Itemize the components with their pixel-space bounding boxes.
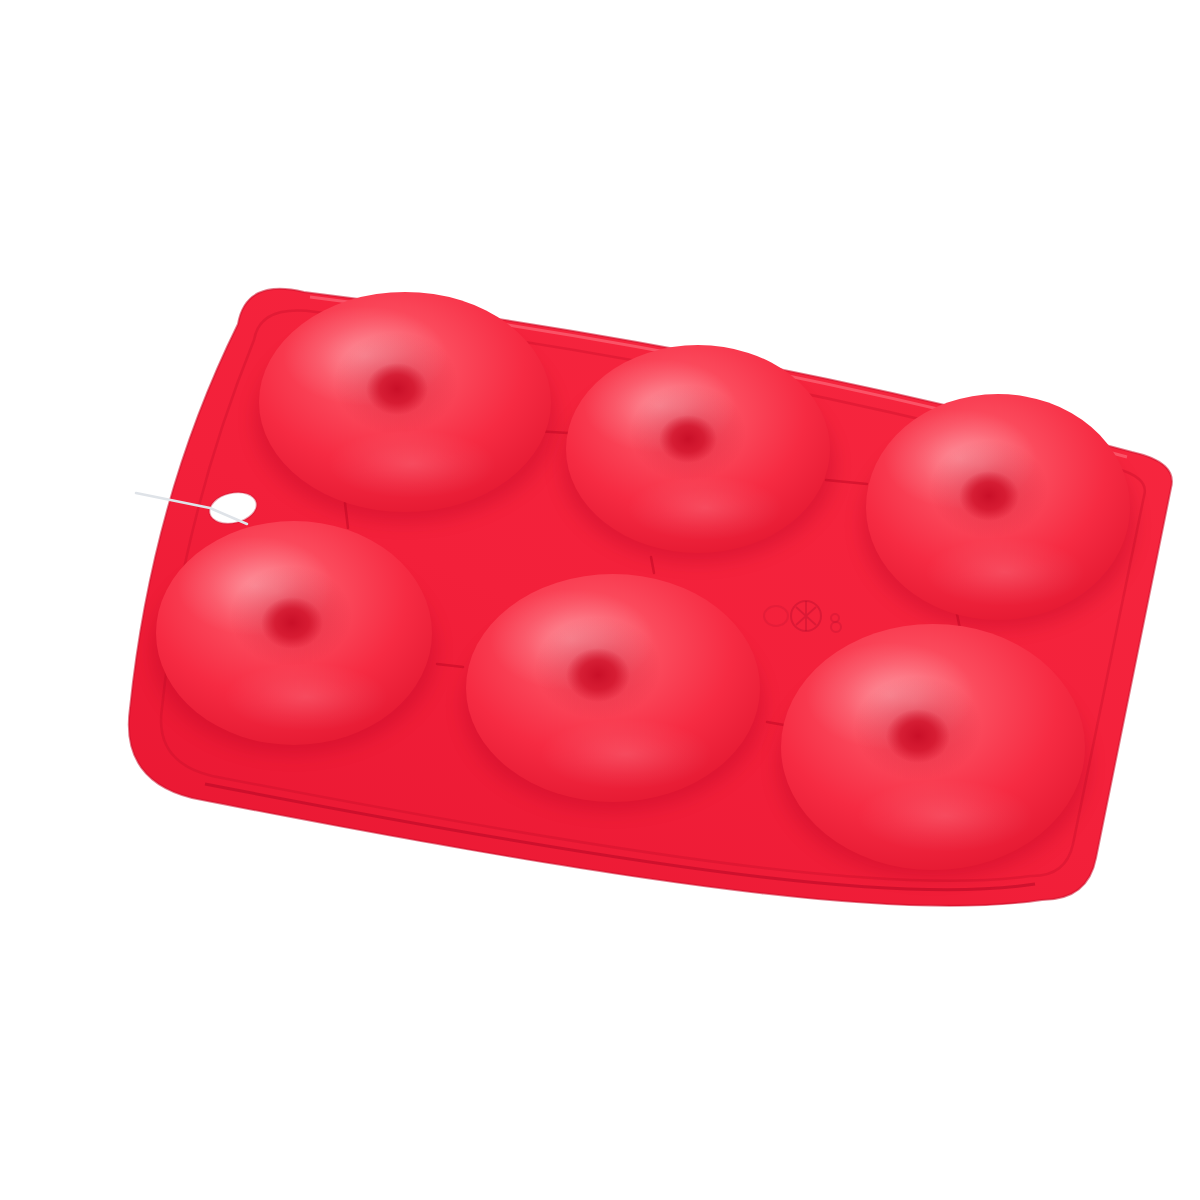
donut-hole-2 [659,415,717,463]
donut-hole-5 [566,648,630,702]
donut-hole-4 [261,597,323,649]
donut-cavity-3 [866,394,1130,620]
donut-hole-6 [886,709,950,763]
product-photo [40,16,1200,1200]
donut-cavity-5 [466,574,760,802]
donut-hole-3 [959,471,1019,521]
donut-mold-image [40,16,1200,1200]
donut-hole-1 [366,363,428,415]
donut-cavity-2 [566,345,830,553]
donut-cavity-6 [781,624,1085,870]
donut-cavity-1 [259,292,551,512]
donut-cavity-4 [156,521,432,745]
